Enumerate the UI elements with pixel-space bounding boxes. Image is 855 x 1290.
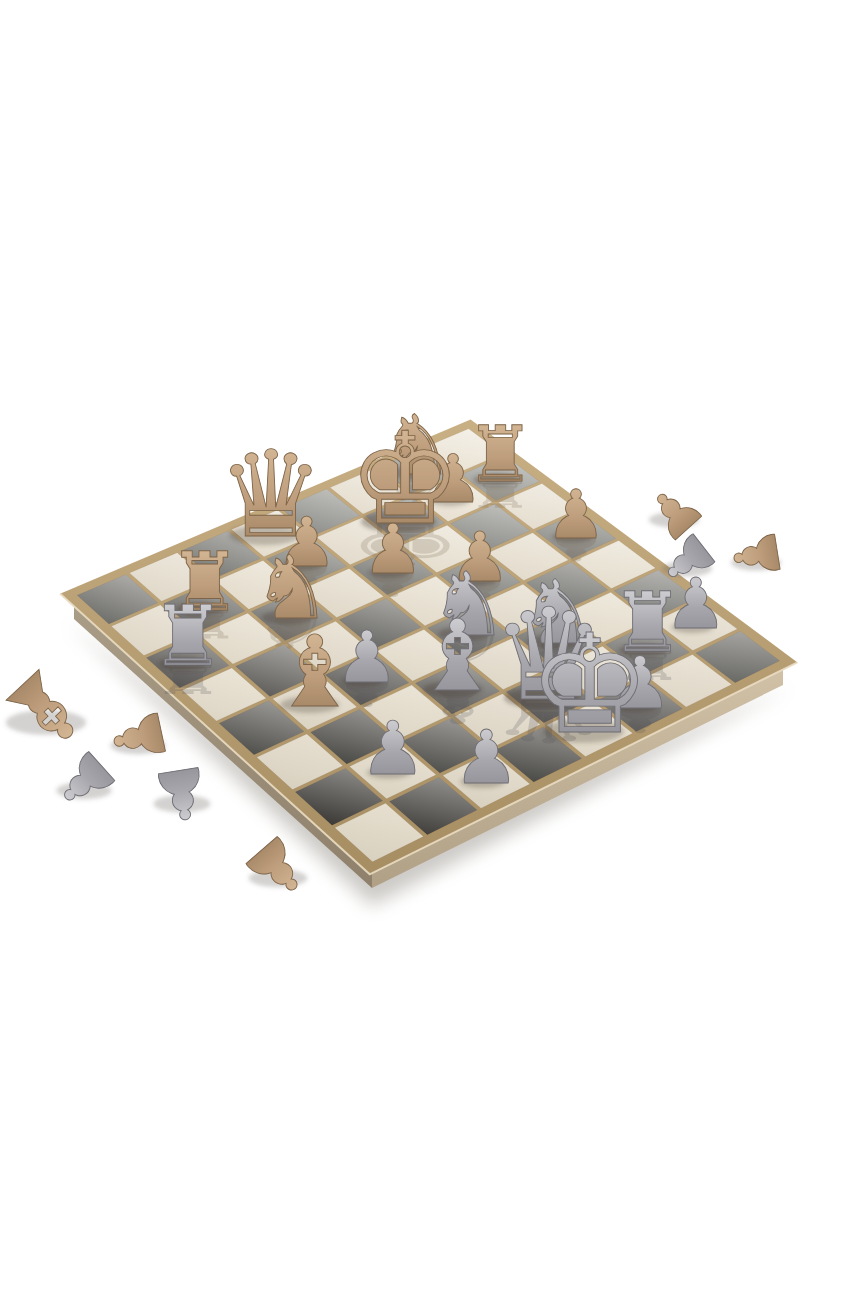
chess-piece-wood-pawn: ♟ [362,509,423,589]
scene: ♜♜♞♞♟♚♚♟♟♛♟♟♟♟♟♟♟♞♞♜♜♜♜♞♞♞♞♟♟♛♛♝♝♟♟♜♜♝♚♟… [0,0,855,1290]
product-photo: ♜♜♞♞♟♚♚♟♟♛♟♟♟♟♟♟♟♞♞♜♜♜♜♞♞♞♞♟♟♛♛♝♝♟♟♜♜♝♚♟… [0,0,855,1290]
chess-piece-silver-pawn: ♟ [453,714,519,800]
chess-piece-wood-pawn: ♟ [546,475,607,554]
chess-piece-silver-rook: ♜ [150,588,225,685]
chess-piece-silver-bishop: ♝ [413,599,501,713]
fallen-piece-silver-pawn: ♟ [146,750,219,838]
fallen-piece-wood-pawn: ♟ [718,523,796,587]
chess-piece-silver-king: ♚ [528,605,651,764]
chess-piece-wood-bishop: ♝ [270,614,359,729]
chess-piece-silver-pawn: ♟ [360,706,426,791]
